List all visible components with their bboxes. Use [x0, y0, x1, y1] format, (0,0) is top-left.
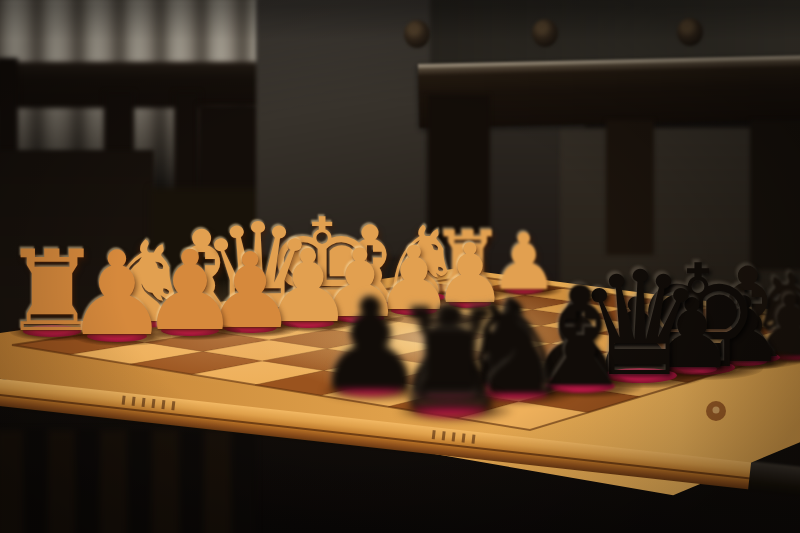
black-rook-glyph: ♜: [381, 291, 519, 429]
white-pawn-glyph: ♟: [59, 236, 175, 352]
chess-photo-scene: ♟♜♞♝♟♟♚♝♛♟♞♟♟♜♟♟♜♞♟♝♟♚♟♟♛♟♟♝♟♞♟♜: [0, 0, 800, 533]
